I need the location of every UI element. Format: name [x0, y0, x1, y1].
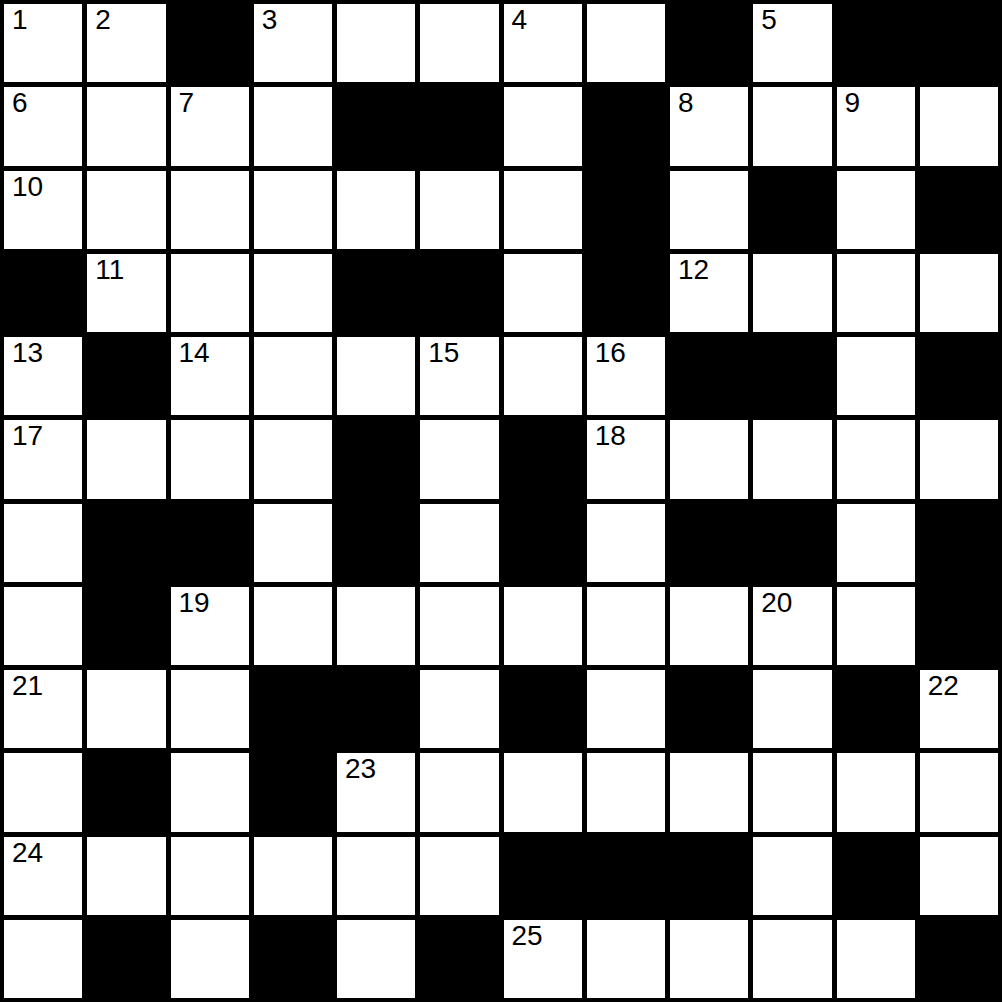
- white-cell[interactable]: [670, 753, 748, 831]
- white-cell[interactable]: 4: [504, 4, 582, 82]
- white-cell[interactable]: 25: [504, 920, 582, 998]
- clue-number: 5: [761, 5, 777, 34]
- white-cell[interactable]: [504, 254, 582, 332]
- white-cell[interactable]: 22: [920, 670, 998, 748]
- black-cell: [670, 504, 748, 582]
- black-cell: [753, 171, 831, 249]
- white-cell[interactable]: 15: [420, 337, 498, 415]
- clue-number: 20: [761, 588, 792, 617]
- white-cell[interactable]: [254, 837, 332, 915]
- black-cell: [920, 171, 998, 249]
- white-cell[interactable]: 18: [587, 420, 665, 498]
- black-cell: [171, 504, 249, 582]
- white-cell[interactable]: [504, 337, 582, 415]
- white-cell[interactable]: 1: [4, 4, 82, 82]
- black-cell: [670, 837, 748, 915]
- white-cell[interactable]: [753, 920, 831, 998]
- clue-number: 18: [595, 421, 626, 450]
- white-cell[interactable]: 13: [4, 337, 82, 415]
- clue-number: 6: [12, 88, 28, 117]
- clue-number: 24: [12, 838, 43, 867]
- white-cell[interactable]: [587, 670, 665, 748]
- black-cell: [420, 920, 498, 998]
- white-cell[interactable]: [753, 837, 831, 915]
- white-cell[interactable]: [337, 4, 415, 82]
- clue-number: 7: [179, 88, 195, 117]
- white-cell[interactable]: 12: [670, 254, 748, 332]
- black-cell: [753, 337, 831, 415]
- clue-number: 19: [179, 588, 210, 617]
- white-cell[interactable]: [171, 171, 249, 249]
- white-cell[interactable]: 16: [587, 337, 665, 415]
- white-cell[interactable]: [87, 670, 165, 748]
- black-cell: [87, 587, 165, 665]
- white-cell[interactable]: [670, 171, 748, 249]
- clue-number: 12: [678, 255, 709, 284]
- white-cell[interactable]: [837, 171, 915, 249]
- white-cell[interactable]: [504, 171, 582, 249]
- clue-number: 3: [262, 5, 278, 34]
- white-cell[interactable]: [171, 254, 249, 332]
- white-cell[interactable]: [837, 254, 915, 332]
- white-cell[interactable]: [504, 587, 582, 665]
- white-cell[interactable]: [587, 587, 665, 665]
- clue-number: 2: [95, 5, 111, 34]
- black-cell: [337, 504, 415, 582]
- white-cell[interactable]: [254, 87, 332, 165]
- white-cell[interactable]: [837, 753, 915, 831]
- white-cell[interactable]: 3: [254, 4, 332, 82]
- white-cell[interactable]: 2: [87, 4, 165, 82]
- black-cell: [920, 4, 998, 82]
- clue-number: 21: [12, 671, 43, 700]
- black-cell: [337, 420, 415, 498]
- crossword-grid: 1234567891011121314151617181920212223242…: [0, 0, 1002, 1002]
- white-cell[interactable]: [670, 587, 748, 665]
- clue-number: 11: [95, 255, 124, 284]
- black-cell: [837, 670, 915, 748]
- white-cell[interactable]: 23: [337, 753, 415, 831]
- clue-number: 1: [12, 5, 28, 34]
- black-cell: [337, 87, 415, 165]
- white-cell[interactable]: [420, 171, 498, 249]
- black-cell: [670, 670, 748, 748]
- white-cell[interactable]: [171, 420, 249, 498]
- black-cell: [920, 504, 998, 582]
- white-cell[interactable]: 14: [171, 337, 249, 415]
- clue-number: 22: [928, 671, 959, 700]
- white-cell[interactable]: [254, 254, 332, 332]
- white-cell[interactable]: [753, 753, 831, 831]
- black-cell: [337, 254, 415, 332]
- white-cell[interactable]: [920, 254, 998, 332]
- black-cell: [87, 920, 165, 998]
- white-cell[interactable]: [753, 254, 831, 332]
- white-cell[interactable]: 21: [4, 670, 82, 748]
- white-cell[interactable]: 20: [753, 587, 831, 665]
- clue-number: 14: [179, 338, 210, 367]
- white-cell[interactable]: 10: [4, 171, 82, 249]
- white-cell[interactable]: [254, 420, 332, 498]
- white-cell[interactable]: [587, 920, 665, 998]
- black-cell: [254, 670, 332, 748]
- clue-number: 17: [12, 421, 43, 450]
- white-cell[interactable]: [837, 420, 915, 498]
- white-cell[interactable]: [4, 920, 82, 998]
- white-cell[interactable]: [171, 670, 249, 748]
- white-cell[interactable]: [920, 753, 998, 831]
- black-cell: [87, 337, 165, 415]
- white-cell[interactable]: [420, 837, 498, 915]
- white-cell[interactable]: [254, 337, 332, 415]
- black-cell: [670, 337, 748, 415]
- clue-number: 15: [428, 338, 459, 367]
- black-cell: [587, 87, 665, 165]
- white-cell[interactable]: [420, 4, 498, 82]
- black-cell: [87, 504, 165, 582]
- white-cell[interactable]: 24: [4, 837, 82, 915]
- black-cell: [87, 753, 165, 831]
- clue-number: 8: [678, 88, 694, 117]
- white-cell[interactable]: 19: [171, 587, 249, 665]
- black-cell: [504, 670, 582, 748]
- black-cell: [837, 837, 915, 915]
- white-cell[interactable]: 8: [670, 87, 748, 165]
- black-cell: [587, 837, 665, 915]
- white-cell[interactable]: [587, 4, 665, 82]
- white-cell[interactable]: [254, 504, 332, 582]
- black-cell: [670, 4, 748, 82]
- white-cell[interactable]: [87, 171, 165, 249]
- clue-number: 9: [845, 88, 861, 117]
- black-cell: [337, 670, 415, 748]
- clue-number: 4: [512, 5, 528, 34]
- black-cell: [504, 504, 582, 582]
- white-cell[interactable]: [254, 587, 332, 665]
- white-cell[interactable]: [504, 753, 582, 831]
- white-cell[interactable]: [837, 337, 915, 415]
- black-cell: [420, 87, 498, 165]
- white-cell[interactable]: [504, 87, 582, 165]
- white-cell[interactable]: [420, 753, 498, 831]
- white-cell[interactable]: [420, 670, 498, 748]
- white-cell[interactable]: [171, 753, 249, 831]
- white-cell[interactable]: [837, 504, 915, 582]
- white-cell[interactable]: [254, 171, 332, 249]
- black-cell: [4, 254, 82, 332]
- white-cell[interactable]: [87, 837, 165, 915]
- white-cell[interactable]: [837, 587, 915, 665]
- white-cell[interactable]: 17: [4, 420, 82, 498]
- white-cell[interactable]: [587, 504, 665, 582]
- black-cell: [504, 837, 582, 915]
- white-cell[interactable]: [670, 420, 748, 498]
- white-cell[interactable]: [753, 87, 831, 165]
- white-cell[interactable]: [587, 753, 665, 831]
- white-cell[interactable]: [753, 670, 831, 748]
- white-cell[interactable]: 5: [753, 4, 831, 82]
- white-cell[interactable]: [420, 504, 498, 582]
- white-cell[interactable]: [87, 87, 165, 165]
- black-cell: [920, 587, 998, 665]
- black-cell: [920, 920, 998, 998]
- clue-number: 13: [12, 338, 43, 367]
- white-cell[interactable]: 9: [837, 87, 915, 165]
- black-cell: [837, 4, 915, 82]
- white-cell[interactable]: [837, 920, 915, 998]
- white-cell[interactable]: [87, 420, 165, 498]
- white-cell[interactable]: [420, 587, 498, 665]
- black-cell: [753, 504, 831, 582]
- black-cell: [587, 254, 665, 332]
- white-cell[interactable]: [337, 920, 415, 998]
- black-cell: [504, 420, 582, 498]
- white-cell[interactable]: [4, 587, 82, 665]
- white-cell[interactable]: [920, 420, 998, 498]
- white-cell[interactable]: 7: [171, 87, 249, 165]
- white-cell[interactable]: [4, 753, 82, 831]
- white-cell[interactable]: [171, 920, 249, 998]
- white-cell[interactable]: 11: [87, 254, 165, 332]
- black-cell: [254, 753, 332, 831]
- white-cell[interactable]: [920, 837, 998, 915]
- black-cell: [420, 254, 498, 332]
- white-cell[interactable]: [337, 587, 415, 665]
- white-cell[interactable]: [4, 504, 82, 582]
- clue-number: 10: [12, 172, 43, 201]
- clue-number: 23: [345, 754, 376, 783]
- black-cell: [587, 171, 665, 249]
- clue-number: 16: [595, 338, 626, 367]
- white-cell[interactable]: [171, 837, 249, 915]
- white-cell[interactable]: [337, 837, 415, 915]
- white-cell[interactable]: [670, 920, 748, 998]
- black-cell: [920, 337, 998, 415]
- black-cell: [254, 920, 332, 998]
- clue-number: 25: [512, 921, 543, 950]
- white-cell[interactable]: 6: [4, 87, 82, 165]
- white-cell[interactable]: [337, 337, 415, 415]
- black-cell: [171, 4, 249, 82]
- white-cell[interactable]: [753, 420, 831, 498]
- white-cell[interactable]: [337, 171, 415, 249]
- white-cell[interactable]: [420, 420, 498, 498]
- white-cell[interactable]: [920, 87, 998, 165]
